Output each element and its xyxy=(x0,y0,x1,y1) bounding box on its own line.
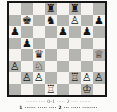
chess-board-frame: ♜♜♚♞♙♟♟♟♟♟♛♕♙♘♙♙♖♙♙♖♔ xyxy=(7,1,107,97)
square-e1 xyxy=(57,84,69,96)
square-h2: ♙ xyxy=(93,72,105,84)
square-d3 xyxy=(45,61,57,73)
square-f3 xyxy=(69,61,81,73)
piece-black-pawn-e6: ♟ xyxy=(58,26,68,37)
square-e6: ♟ xyxy=(57,26,69,38)
piece-black-pawn-g6: ♟ xyxy=(82,26,92,37)
square-f6 xyxy=(69,26,81,38)
square-e3 xyxy=(57,61,69,73)
square-h7: ♟ xyxy=(93,15,105,27)
caption-line-2-illegible: ········ ····· ··· 2 ···· ····· ······ 1 xyxy=(2,105,115,111)
square-c2: ♙ xyxy=(33,72,45,84)
piece-white-pawn-h2: ♙ xyxy=(94,72,104,83)
square-e7 xyxy=(57,15,69,27)
square-h3 xyxy=(93,61,105,73)
square-g8 xyxy=(81,3,93,15)
square-g1: ♔ xyxy=(81,84,93,96)
piece-white-rook-d1: ♖ xyxy=(46,84,56,95)
square-a1 xyxy=(9,84,21,96)
square-e5 xyxy=(57,38,69,50)
square-f4 xyxy=(69,49,81,61)
square-d4 xyxy=(45,49,57,61)
diagram-caption: ······· ···· 2 ····· 0-1 ···· ······· ··… xyxy=(2,99,115,110)
piece-white-king-g1: ♔ xyxy=(82,84,92,95)
chess-board: ♜♜♚♞♙♟♟♟♟♟♛♕♙♘♙♙♖♙♙♖♔ xyxy=(9,3,105,95)
piece-white-pawn-a3: ♙ xyxy=(10,61,20,72)
square-g5 xyxy=(81,38,93,50)
square-b6 xyxy=(21,26,33,38)
square-a6: ♟ xyxy=(9,26,21,38)
square-a4 xyxy=(9,49,21,61)
square-d8: ♜ xyxy=(45,3,57,15)
square-b7: ♚ xyxy=(21,15,33,27)
square-a8 xyxy=(9,3,21,15)
square-e4 xyxy=(57,49,69,61)
square-e8 xyxy=(57,3,69,15)
square-a3: ♙ xyxy=(9,61,21,73)
square-b3 xyxy=(21,61,33,73)
square-g7 xyxy=(81,15,93,27)
square-c7 xyxy=(33,15,45,27)
square-b4 xyxy=(21,49,33,61)
piece-white-pawn-b2: ♙ xyxy=(22,72,32,83)
piece-black-pawn-a6: ♟ xyxy=(10,26,20,37)
square-f5 xyxy=(69,38,81,50)
square-e2 xyxy=(57,72,69,84)
square-h5 xyxy=(93,38,105,50)
square-a2 xyxy=(9,72,21,84)
scanned-chess-diagram-page: ♜♜♚♞♙♟♟♟♟♟♛♕♙♘♙♙♖♙♙♖♔ ······· ···· 2 ···… xyxy=(0,0,117,112)
square-g2: ♙ xyxy=(81,72,93,84)
square-d5 xyxy=(45,38,57,50)
square-g6: ♟ xyxy=(81,26,93,38)
square-d2 xyxy=(45,72,57,84)
square-b2: ♙ xyxy=(21,72,33,84)
square-c6 xyxy=(33,26,45,38)
square-b5: ♟ xyxy=(21,38,33,50)
square-b1 xyxy=(21,84,33,96)
piece-white-queen-h4: ♕ xyxy=(94,49,104,60)
square-h1 xyxy=(93,84,105,96)
square-h6 xyxy=(93,26,105,38)
piece-white-pawn-f7: ♙ xyxy=(70,15,80,26)
square-f1 xyxy=(69,84,81,96)
square-h4: ♕ xyxy=(93,49,105,61)
piece-black-pawn-h7: ♟ xyxy=(94,15,104,26)
square-c1 xyxy=(33,84,45,96)
square-c8 xyxy=(33,3,45,15)
piece-white-pawn-c2: ♙ xyxy=(34,72,44,83)
square-g4 xyxy=(81,49,93,61)
square-c3: ♘ xyxy=(33,61,45,73)
piece-white-rook-f2: ♖ xyxy=(70,72,80,83)
piece-black-king-b7: ♚ xyxy=(22,15,32,26)
square-f2: ♖ xyxy=(69,72,81,84)
square-c5 xyxy=(33,38,45,50)
square-g3 xyxy=(81,61,93,73)
square-h8 xyxy=(93,3,105,15)
piece-black-knight-d7: ♞ xyxy=(46,15,56,26)
piece-white-pawn-g2: ♙ xyxy=(82,72,92,83)
square-d6 xyxy=(45,26,57,38)
piece-black-rook-f8: ♜ xyxy=(70,3,80,14)
piece-black-pawn-b5: ♟ xyxy=(22,38,32,49)
square-d7: ♞ xyxy=(45,15,57,27)
piece-black-rook-d8: ♜ xyxy=(46,3,56,14)
square-a5 xyxy=(9,38,21,50)
square-f8: ♜ xyxy=(69,3,81,15)
square-f7: ♙ xyxy=(69,15,81,27)
square-a7 xyxy=(9,15,21,27)
piece-black-queen-c4: ♛ xyxy=(34,49,44,60)
square-b8 xyxy=(21,3,33,15)
square-c4: ♛ xyxy=(33,49,45,61)
piece-white-knight-c3: ♘ xyxy=(34,61,44,72)
square-d1: ♖ xyxy=(45,84,57,96)
